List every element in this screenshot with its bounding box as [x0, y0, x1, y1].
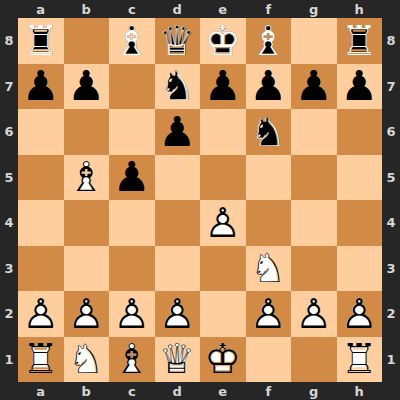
black-queen-icon: ♕ — [159, 20, 196, 61]
square-g4[interactable] — [291, 200, 337, 246]
black-pawn-icon: ♙ — [250, 66, 287, 107]
rank-label-left-8: 8 — [0, 18, 18, 64]
black-bishop-icon: ♗ — [113, 20, 150, 61]
white-knight-icon: ♘ — [68, 339, 105, 380]
square-b5[interactable]: ♝♗ — [64, 155, 110, 201]
square-g8[interactable] — [291, 18, 337, 64]
square-d8[interactable]: ♛♕ — [155, 18, 201, 64]
square-b2[interactable]: ♟♙ — [64, 291, 110, 337]
rank-label-left-7: 7 — [0, 64, 18, 110]
square-d4[interactable] — [155, 200, 201, 246]
square-a5[interactable] — [18, 155, 64, 201]
black-knight-d7[interactable]: ♞♘ — [155, 64, 201, 110]
white-pawn-d2[interactable]: ♟♙ — [155, 291, 201, 337]
file-label-bottom-h: h — [337, 382, 383, 400]
white-pawn-b2[interactable]: ♟♙ — [64, 291, 110, 337]
chess-board-frame: ♜♖♝♗♛♕♚♔♝♗♜♖♟♙♟♙♞♘♟♙♟♙♟♙♟♙♟♙♞♘♝♗♟♙♟♙♞♘♟♙… — [0, 0, 400, 400]
file-label-bottom-c: c — [109, 382, 155, 400]
white-bishop-icon: ♗ — [68, 157, 105, 198]
black-queen-d8[interactable]: ♛♕ — [155, 18, 201, 64]
square-c7[interactable] — [109, 64, 155, 110]
white-pawn-icon: ♙ — [22, 293, 59, 334]
rank-label-right-5: 5 — [382, 155, 400, 201]
square-g1[interactable] — [291, 337, 337, 383]
white-rook-a1[interactable]: ♜♖ — [18, 337, 64, 383]
white-pawn-icon: ♙ — [68, 293, 105, 334]
square-h3[interactable] — [337, 246, 383, 292]
file-label-top-h: h — [337, 0, 383, 18]
square-c6[interactable] — [109, 109, 155, 155]
white-pawn-c2[interactable]: ♟♙ — [109, 291, 155, 337]
square-e4[interactable]: ♟♙ — [200, 200, 246, 246]
white-bishop-b5[interactable]: ♝♗ — [64, 155, 110, 201]
rank-label-right-8: 8 — [382, 18, 400, 64]
file-label-top-g: g — [291, 0, 337, 18]
square-c4[interactable] — [109, 200, 155, 246]
white-pawn-h2[interactable]: ♟♙ — [337, 291, 383, 337]
square-c3[interactable] — [109, 246, 155, 292]
square-f1[interactable] — [246, 337, 292, 383]
square-f5[interactable] — [246, 155, 292, 201]
square-e2[interactable] — [200, 291, 246, 337]
white-pawn-icon: ♙ — [159, 293, 196, 334]
square-c2[interactable]: ♟♙ — [109, 291, 155, 337]
white-rook-icon: ♖ — [22, 339, 59, 380]
rank-label-right-1: 1 — [382, 337, 400, 383]
square-e6[interactable] — [200, 109, 246, 155]
black-knight-icon: ♘ — [250, 111, 287, 152]
rank-label-left-2: 2 — [0, 291, 18, 337]
black-pawn-a7[interactable]: ♟♙ — [18, 64, 64, 110]
white-bishop-c1[interactable]: ♝♗ — [109, 337, 155, 383]
rank-label-left-1: 1 — [0, 337, 18, 383]
white-king-icon: ♔ — [204, 339, 241, 380]
square-a4[interactable] — [18, 200, 64, 246]
square-f7[interactable]: ♟♙ — [246, 64, 292, 110]
black-pawn-b7[interactable]: ♟♙ — [64, 64, 110, 110]
square-d3[interactable] — [155, 246, 201, 292]
square-a8[interactable]: ♜♖ — [18, 18, 64, 64]
rank-label-left-6: 6 — [0, 109, 18, 155]
white-pawn-icon: ♙ — [341, 293, 378, 334]
square-e5[interactable] — [200, 155, 246, 201]
square-b6[interactable] — [64, 109, 110, 155]
black-bishop-f8[interactable]: ♝♗ — [246, 18, 292, 64]
square-g5[interactable] — [291, 155, 337, 201]
square-d7[interactable]: ♞♘ — [155, 64, 201, 110]
white-pawn-icon: ♙ — [113, 293, 150, 334]
white-pawn-icon: ♙ — [250, 293, 287, 334]
square-a3[interactable] — [18, 246, 64, 292]
file-label-bottom-g: g — [291, 382, 337, 400]
square-h4[interactable] — [337, 200, 383, 246]
white-pawn-icon: ♙ — [204, 202, 241, 243]
square-h1[interactable]: ♜♖ — [337, 337, 383, 383]
square-g2[interactable]: ♟♙ — [291, 291, 337, 337]
rank-label-right-3: 3 — [382, 246, 400, 292]
file-label-top-e: e — [200, 0, 246, 18]
black-pawn-icon: ♙ — [68, 66, 105, 107]
square-a6[interactable] — [18, 109, 64, 155]
white-pawn-e4[interactable]: ♟♙ — [200, 200, 246, 246]
square-g6[interactable] — [291, 109, 337, 155]
square-f2[interactable]: ♟♙ — [246, 291, 292, 337]
square-b3[interactable] — [64, 246, 110, 292]
square-f3[interactable]: ♞♘ — [246, 246, 292, 292]
square-h5[interactable] — [337, 155, 383, 201]
white-bishop-icon: ♗ — [113, 339, 150, 380]
rank-label-left-5: 5 — [0, 155, 18, 201]
square-d5[interactable] — [155, 155, 201, 201]
black-bishop-icon: ♗ — [250, 20, 287, 61]
square-d6[interactable]: ♟♙ — [155, 109, 201, 155]
black-pawn-icon: ♙ — [113, 157, 150, 198]
black-rook-h8[interactable]: ♜♖ — [337, 18, 383, 64]
square-f8[interactable]: ♝♗ — [246, 18, 292, 64]
square-e7[interactable]: ♟♙ — [200, 64, 246, 110]
file-label-top-c: c — [109, 0, 155, 18]
black-rook-a8[interactable]: ♜♖ — [18, 18, 64, 64]
rank-label-left-4: 4 — [0, 200, 18, 246]
black-pawn-icon: ♙ — [341, 66, 378, 107]
white-pawn-a2[interactable]: ♟♙ — [18, 291, 64, 337]
square-f4[interactable] — [246, 200, 292, 246]
white-queen-d1[interactable]: ♛♕ — [155, 337, 201, 383]
square-b8[interactable] — [64, 18, 110, 64]
white-knight-icon: ♘ — [250, 248, 287, 289]
black-pawn-f7[interactable]: ♟♙ — [246, 64, 292, 110]
black-pawn-icon: ♙ — [159, 111, 196, 152]
square-h8[interactable]: ♜♖ — [337, 18, 383, 64]
white-king-e1[interactable]: ♚♔ — [200, 337, 246, 383]
black-rook-icon: ♖ — [341, 20, 378, 61]
file-label-bottom-e: e — [200, 382, 246, 400]
rank-label-left-3: 3 — [0, 246, 18, 292]
white-queen-icon: ♕ — [159, 339, 196, 380]
square-f6[interactable]: ♞♘ — [246, 109, 292, 155]
white-knight-f3[interactable]: ♞♘ — [246, 246, 292, 292]
square-c8[interactable]: ♝♗ — [109, 18, 155, 64]
square-b1[interactable]: ♞♘ — [64, 337, 110, 383]
black-pawn-icon: ♙ — [204, 66, 241, 107]
file-label-bottom-a: a — [18, 382, 64, 400]
square-g3[interactable] — [291, 246, 337, 292]
rank-label-right-4: 4 — [382, 200, 400, 246]
square-a2[interactable]: ♟♙ — [18, 291, 64, 337]
black-pawn-g7[interactable]: ♟♙ — [291, 64, 337, 110]
square-a7[interactable]: ♟♙ — [18, 64, 64, 110]
square-h6[interactable] — [337, 109, 383, 155]
square-h2[interactable]: ♟♙ — [337, 291, 383, 337]
square-b7[interactable]: ♟♙ — [64, 64, 110, 110]
square-e8[interactable]: ♚♔ — [200, 18, 246, 64]
white-pawn-g2[interactable]: ♟♙ — [291, 291, 337, 337]
black-bishop-c8[interactable]: ♝♗ — [109, 18, 155, 64]
file-label-top-a: a — [18, 0, 64, 18]
file-label-bottom-b: b — [64, 382, 110, 400]
square-d2[interactable]: ♟♙ — [155, 291, 201, 337]
black-knight-f6[interactable]: ♞♘ — [246, 109, 292, 155]
black-king-icon: ♔ — [204, 20, 241, 61]
rank-label-right-6: 6 — [382, 109, 400, 155]
square-e3[interactable] — [200, 246, 246, 292]
white-pawn-f2[interactable]: ♟♙ — [246, 291, 292, 337]
white-knight-b1[interactable]: ♞♘ — [64, 337, 110, 383]
file-label-bottom-d: d — [155, 382, 201, 400]
black-pawn-h7[interactable]: ♟♙ — [337, 64, 383, 110]
file-label-top-d: d — [155, 0, 201, 18]
square-e1[interactable]: ♚♔ — [200, 337, 246, 383]
black-pawn-icon: ♙ — [295, 66, 332, 107]
square-g7[interactable]: ♟♙ — [291, 64, 337, 110]
white-rook-h1[interactable]: ♜♖ — [337, 337, 383, 383]
square-c5[interactable]: ♟♙ — [109, 155, 155, 201]
black-king-e8[interactable]: ♚♔ — [200, 18, 246, 64]
black-knight-icon: ♘ — [159, 66, 196, 107]
file-label-top-f: f — [246, 0, 292, 18]
square-h7[interactable]: ♟♙ — [337, 64, 383, 110]
rank-label-right-2: 2 — [382, 291, 400, 337]
chess-board: ♜♖♝♗♛♕♚♔♝♗♜♖♟♙♟♙♞♘♟♙♟♙♟♙♟♙♟♙♞♘♝♗♟♙♟♙♞♘♟♙… — [18, 18, 382, 382]
black-pawn-c5[interactable]: ♟♙ — [109, 155, 155, 201]
file-label-bottom-f: f — [246, 382, 292, 400]
square-c1[interactable]: ♝♗ — [109, 337, 155, 383]
black-pawn-e7[interactable]: ♟♙ — [200, 64, 246, 110]
black-rook-icon: ♖ — [22, 20, 59, 61]
white-rook-icon: ♖ — [341, 339, 378, 380]
square-b4[interactable] — [64, 200, 110, 246]
rank-label-right-7: 7 — [382, 64, 400, 110]
black-pawn-icon: ♙ — [22, 66, 59, 107]
black-pawn-d6[interactable]: ♟♙ — [155, 109, 201, 155]
file-label-top-b: b — [64, 0, 110, 18]
square-a1[interactable]: ♜♖ — [18, 337, 64, 383]
square-d1[interactable]: ♛♕ — [155, 337, 201, 383]
white-pawn-icon: ♙ — [295, 293, 332, 334]
